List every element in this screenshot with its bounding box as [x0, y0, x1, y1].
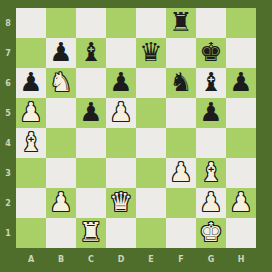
square-d7[interactable] — [106, 38, 136, 68]
piece-white-pawn[interactable]: ♟ — [49, 187, 72, 217]
square-g6[interactable]: ♝ — [196, 68, 226, 98]
file-labels: ABCDEFGH — [16, 248, 256, 270]
square-g3[interactable]: ♝ — [196, 158, 226, 188]
square-g7[interactable]: ♚ — [196, 38, 226, 68]
square-e8[interactable] — [136, 8, 166, 38]
square-b1[interactable] — [46, 218, 76, 248]
file-label-a: A — [16, 248, 46, 270]
file-label-e: E — [136, 248, 166, 270]
piece-white-pawn[interactable]: ♟ — [169, 157, 192, 187]
square-g4[interactable] — [196, 128, 226, 158]
square-h1[interactable] — [226, 218, 256, 248]
piece-white-pawn[interactable]: ♟ — [229, 187, 252, 217]
chess-board: ♜♟♝♛♚♟♞♟♞♝♟♟♟♟♟♝♟♝♟♛♟♟♜♚ — [16, 8, 256, 248]
rank-label-5: 5 — [0, 98, 16, 128]
rank-label-4: 4 — [0, 128, 16, 158]
square-d4[interactable] — [106, 128, 136, 158]
square-e3[interactable] — [136, 158, 166, 188]
piece-white-pawn[interactable]: ♟ — [109, 97, 132, 127]
square-a7[interactable] — [16, 38, 46, 68]
square-b4[interactable] — [46, 128, 76, 158]
piece-black-rook[interactable]: ♜ — [169, 7, 192, 37]
square-f4[interactable] — [166, 128, 196, 158]
square-d6[interactable]: ♟ — [106, 68, 136, 98]
square-b6[interactable]: ♞ — [46, 68, 76, 98]
piece-black-pawn[interactable]: ♟ — [199, 97, 222, 127]
square-c1[interactable]: ♜ — [76, 218, 106, 248]
piece-black-pawn[interactable]: ♟ — [109, 67, 132, 97]
square-h8[interactable] — [226, 8, 256, 38]
square-h7[interactable] — [226, 38, 256, 68]
square-a2[interactable] — [16, 188, 46, 218]
chess-board-diagram: 87654321 ♜♟♝♛♚♟♞♟♞♝♟♟♟♟♟♝♟♝♟♛♟♟♜♚ ABCDEF… — [0, 0, 272, 272]
piece-black-bishop[interactable]: ♝ — [79, 37, 102, 67]
square-f3[interactable]: ♟ — [166, 158, 196, 188]
file-label-f: F — [166, 248, 196, 270]
rank-label-1: 1 — [0, 218, 16, 248]
square-f6[interactable]: ♞ — [166, 68, 196, 98]
piece-white-king[interactable]: ♚ — [199, 217, 222, 247]
square-a6[interactable]: ♟ — [16, 68, 46, 98]
square-e5[interactable] — [136, 98, 166, 128]
square-f2[interactable] — [166, 188, 196, 218]
square-g5[interactable]: ♟ — [196, 98, 226, 128]
piece-white-knight[interactable]: ♞ — [49, 67, 72, 97]
square-c3[interactable] — [76, 158, 106, 188]
square-c6[interactable] — [76, 68, 106, 98]
piece-black-pawn[interactable]: ♟ — [229, 67, 252, 97]
square-d8[interactable] — [106, 8, 136, 38]
piece-black-pawn[interactable]: ♟ — [79, 97, 102, 127]
square-e1[interactable] — [136, 218, 166, 248]
square-a4[interactable]: ♝ — [16, 128, 46, 158]
square-h2[interactable]: ♟ — [226, 188, 256, 218]
square-a3[interactable] — [16, 158, 46, 188]
rank-label-3: 3 — [0, 158, 16, 188]
file-label-d: D — [106, 248, 136, 270]
square-g1[interactable]: ♚ — [196, 218, 226, 248]
rank-label-6: 6 — [0, 68, 16, 98]
piece-black-bishop[interactable]: ♝ — [199, 67, 222, 97]
square-c7[interactable]: ♝ — [76, 38, 106, 68]
piece-black-queen[interactable]: ♛ — [139, 37, 162, 67]
file-label-b: B — [46, 248, 76, 270]
rank-label-2: 2 — [0, 188, 16, 218]
rank-label-7: 7 — [0, 38, 16, 68]
square-e7[interactable]: ♛ — [136, 38, 166, 68]
square-a5[interactable]: ♟ — [16, 98, 46, 128]
square-c4[interactable] — [76, 128, 106, 158]
square-e4[interactable] — [136, 128, 166, 158]
square-b7[interactable]: ♟ — [46, 38, 76, 68]
square-d5[interactable]: ♟ — [106, 98, 136, 128]
square-h3[interactable] — [226, 158, 256, 188]
square-d2[interactable]: ♛ — [106, 188, 136, 218]
square-f5[interactable] — [166, 98, 196, 128]
square-d1[interactable] — [106, 218, 136, 248]
piece-white-pawn[interactable]: ♟ — [199, 187, 222, 217]
piece-black-pawn[interactable]: ♟ — [49, 37, 72, 67]
square-e2[interactable] — [136, 188, 166, 218]
piece-white-rook[interactable]: ♜ — [79, 217, 102, 247]
square-c8[interactable] — [76, 8, 106, 38]
square-b3[interactable] — [46, 158, 76, 188]
square-b8[interactable] — [46, 8, 76, 38]
rank-labels: 87654321 — [0, 8, 16, 248]
square-d3[interactable] — [106, 158, 136, 188]
square-b2[interactable]: ♟ — [46, 188, 76, 218]
file-label-h: H — [226, 248, 256, 270]
square-c5[interactable]: ♟ — [76, 98, 106, 128]
piece-white-queen[interactable]: ♛ — [109, 187, 132, 217]
piece-black-knight[interactable]: ♞ — [169, 67, 192, 97]
square-f8[interactable]: ♜ — [166, 8, 196, 38]
piece-black-pawn[interactable]: ♟ — [19, 67, 42, 97]
file-label-g: G — [196, 248, 226, 270]
square-c2[interactable] — [76, 188, 106, 218]
square-h4[interactable] — [226, 128, 256, 158]
square-a1[interactable] — [16, 218, 46, 248]
square-f7[interactable] — [166, 38, 196, 68]
piece-white-bishop[interactable]: ♝ — [199, 157, 222, 187]
square-h5[interactable] — [226, 98, 256, 128]
piece-white-bishop[interactable]: ♝ — [19, 127, 42, 157]
square-f1[interactable] — [166, 218, 196, 248]
square-g8[interactable] — [196, 8, 226, 38]
piece-black-king[interactable]: ♚ — [199, 37, 222, 67]
file-label-c: C — [76, 248, 106, 270]
square-h6[interactable]: ♟ — [226, 68, 256, 98]
square-g2[interactable]: ♟ — [196, 188, 226, 218]
rank-label-8: 8 — [0, 8, 16, 38]
piece-white-pawn[interactable]: ♟ — [19, 97, 42, 127]
square-e6[interactable] — [136, 68, 166, 98]
square-b5[interactable] — [46, 98, 76, 128]
square-a8[interactable] — [16, 8, 46, 38]
